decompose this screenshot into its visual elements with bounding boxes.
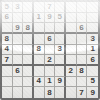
cell-r2c1[interactable]: 6	[2, 13, 13, 24]
cell-r7c7[interactable]: 2	[66, 66, 77, 77]
cell-r8c5[interactable]: 1	[45, 77, 56, 88]
cell-r4c3[interactable]	[23, 34, 34, 45]
cell-r6c2[interactable]	[13, 55, 24, 66]
cell-r1c4[interactable]	[34, 2, 45, 13]
cell-r9c7[interactable]	[66, 87, 77, 98]
cell-r4c9[interactable]: 3	[87, 34, 98, 45]
cell-r1c9[interactable]	[87, 2, 98, 13]
cell-r5c3[interactable]	[23, 45, 34, 56]
cell-r8c3[interactable]	[23, 77, 34, 88]
cell-r2c9[interactable]	[87, 13, 98, 24]
cell-r2c2[interactable]	[13, 13, 24, 24]
cell-r2c6[interactable]: 5	[55, 13, 66, 24]
cell-r9c2[interactable]	[13, 87, 24, 98]
cell-r1c2[interactable]: 3	[13, 2, 24, 13]
cell-r4c4[interactable]	[34, 34, 45, 45]
cell-r3c4[interactable]	[34, 23, 45, 34]
cell-r1c8[interactable]	[77, 2, 88, 13]
cell-r4c5[interactable]: 6	[45, 34, 56, 45]
cell-r8c4[interactable]: 4	[34, 77, 45, 88]
cell-r1c6[interactable]	[55, 2, 66, 13]
cell-r4c6[interactable]	[55, 34, 66, 45]
cell-r5c5[interactable]	[45, 45, 56, 56]
cell-r2c3[interactable]	[23, 13, 34, 24]
cell-r9c1[interactable]	[2, 87, 13, 98]
cell-r8c7[interactable]	[66, 77, 77, 88]
cell-r4c2[interactable]	[13, 34, 24, 45]
cell-r2c8[interactable]	[77, 13, 88, 24]
cell-r6c4[interactable]	[34, 55, 45, 66]
cell-r6c6[interactable]	[55, 55, 66, 66]
cell-r4c8[interactable]	[77, 34, 88, 45]
cell-r5c6[interactable]: 3	[55, 45, 66, 56]
cell-r8c8[interactable]	[77, 77, 88, 88]
cell-r6c9[interactable]: 6	[87, 55, 98, 66]
cell-r5c1[interactable]: 4	[2, 45, 13, 56]
cell-r7c3[interactable]	[23, 66, 34, 77]
cell-r9c4[interactable]	[34, 87, 45, 98]
cell-r1c7[interactable]	[66, 2, 77, 13]
cell-r8c1[interactable]	[2, 77, 13, 88]
cell-r3c8[interactable]: 6	[77, 23, 88, 34]
cell-r1c5[interactable]: 7	[45, 2, 56, 13]
cell-r6c7[interactable]	[66, 55, 77, 66]
cell-r8c9[interactable]: 5	[87, 77, 98, 88]
cell-r9c9[interactable]: 9	[87, 87, 98, 98]
cell-r9c8[interactable]: 7	[77, 87, 88, 98]
sudoku-board: 537619598686348317266284195879	[0, 0, 100, 100]
cell-r7c5[interactable]	[45, 66, 56, 77]
cell-r4c7[interactable]	[66, 34, 77, 45]
cell-r2c5[interactable]: 9	[45, 13, 56, 24]
cell-r9c3[interactable]	[23, 87, 34, 98]
cell-r2c4[interactable]: 1	[34, 13, 45, 24]
cell-r6c3[interactable]	[23, 55, 34, 66]
cell-r6c1[interactable]: 7	[2, 55, 13, 66]
cell-r3c2[interactable]: 9	[13, 23, 24, 34]
cell-r3c7[interactable]	[66, 23, 77, 34]
cell-r9c6[interactable]	[55, 87, 66, 98]
cell-r1c1[interactable]: 5	[2, 2, 13, 13]
cell-r7c9[interactable]	[87, 66, 98, 77]
cell-r5c8[interactable]	[77, 45, 88, 56]
cell-r3c9[interactable]	[87, 23, 98, 34]
cell-r3c3[interactable]: 8	[23, 23, 34, 34]
cell-r2c7[interactable]	[66, 13, 77, 24]
cell-r6c5[interactable]: 2	[45, 55, 56, 66]
cell-r7c4[interactable]	[34, 66, 45, 77]
cell-r3c6[interactable]	[55, 23, 66, 34]
cell-r5c7[interactable]	[66, 45, 77, 56]
cell-r5c2[interactable]	[13, 45, 24, 56]
sudoku-grid: 537619598686348317266284195879	[2, 2, 98, 98]
cell-r4c1[interactable]: 8	[2, 34, 13, 45]
cell-r7c2[interactable]: 6	[13, 66, 24, 77]
cell-r9c5[interactable]: 8	[45, 87, 56, 98]
cell-r5c4[interactable]: 8	[34, 45, 45, 56]
cell-r7c8[interactable]: 8	[77, 66, 88, 77]
cell-r7c6[interactable]	[55, 66, 66, 77]
cell-r3c1[interactable]	[2, 23, 13, 34]
cell-r5c9[interactable]: 1	[87, 45, 98, 56]
cell-r8c2[interactable]	[13, 77, 24, 88]
cell-r3c5[interactable]	[45, 23, 56, 34]
cell-r6c8[interactable]	[77, 55, 88, 66]
cell-r1c3[interactable]	[23, 2, 34, 13]
cell-r7c1[interactable]	[2, 66, 13, 77]
cell-r8c6[interactable]: 9	[55, 77, 66, 88]
